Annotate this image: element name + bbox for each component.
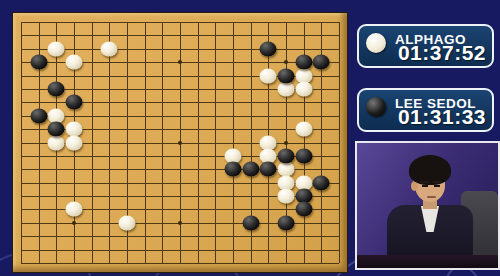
person-eyebrow: [433, 181, 441, 183]
clock-alphago: ALPHAGO 01:37:52: [357, 24, 494, 68]
stone-white-R11: [295, 122, 312, 137]
stone-black-O4: [242, 215, 259, 230]
stone-black-Q9: [278, 148, 295, 163]
stone-black-B16: [30, 55, 47, 70]
stone-white-D16: [66, 55, 83, 70]
table-edge: [357, 255, 498, 268]
grid-line-vertical: [339, 22, 340, 263]
broadcast-frame: { "game": "go", "board_size": 19, "event…: [0, 0, 500, 276]
grid-line-horizontal: [21, 250, 339, 251]
stone-white-D5: [66, 202, 83, 217]
stone-black-R16: [295, 55, 312, 70]
stone-black-R9: [295, 148, 312, 163]
stone-white-Q6: [278, 189, 295, 204]
stone-black-B12: [30, 108, 47, 123]
stone-black-Q4: [278, 215, 295, 230]
grid-line-horizontal: [21, 236, 339, 237]
stone-black-C11: [48, 122, 65, 137]
stone-white-C17: [48, 41, 65, 56]
white-stone-icon: [366, 33, 386, 53]
person-eye: [434, 185, 440, 187]
person-mouth: [427, 196, 436, 198]
stone-black-S7: [313, 175, 330, 190]
stone-white-D10: [66, 135, 83, 150]
stone-black-C14: [48, 81, 65, 96]
go-board[interactable]: [12, 12, 348, 273]
grid-line-vertical: [215, 22, 216, 263]
time-display-white: 01:37:52: [398, 41, 486, 65]
grid-line-horizontal: [21, 263, 339, 264]
stone-white-G4: [119, 215, 136, 230]
person-eye: [422, 185, 428, 187]
grid-line-vertical: [198, 22, 199, 263]
stone-white-Q14: [278, 81, 295, 96]
time-display-black: 01:31:33: [398, 105, 486, 129]
stone-white-R14: [295, 81, 312, 96]
star-point: [178, 141, 182, 145]
video-feed-lee-sedol[interactable]: [355, 141, 500, 270]
star-point: [178, 221, 182, 225]
stone-black-N8: [225, 162, 242, 177]
person-hair: [409, 155, 451, 185]
stone-black-P8: [260, 162, 277, 177]
stone-black-D13: [66, 95, 83, 110]
clock-leesedol: LEE SEDOL 01:31:33: [357, 88, 494, 132]
stone-black-R5: [295, 202, 312, 217]
stone-black-O8: [242, 162, 259, 177]
black-stone-icon: [366, 97, 386, 117]
stone-white-F17: [101, 41, 118, 56]
star-point: [284, 60, 288, 64]
star-point: [72, 221, 76, 225]
person-eyebrow: [421, 181, 429, 183]
star-point: [178, 60, 182, 64]
stone-black-P17: [260, 41, 277, 56]
stone-white-P15: [260, 68, 277, 83]
grid-line-vertical: [233, 22, 234, 263]
star-point: [284, 141, 288, 145]
stone-black-S16: [313, 55, 330, 70]
stone-white-C10: [48, 135, 65, 150]
stone-black-Q15: [278, 68, 295, 83]
